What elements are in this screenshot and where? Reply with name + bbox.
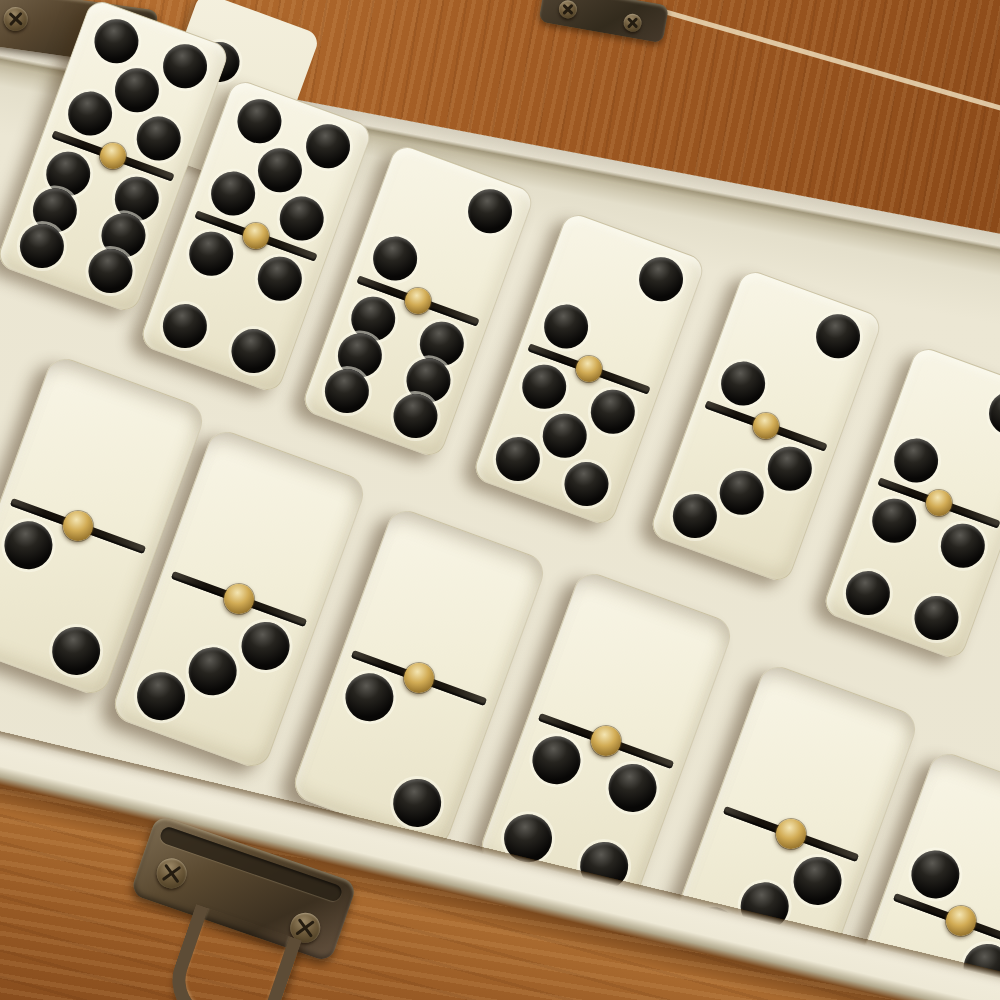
pip-icon <box>558 455 614 511</box>
pip-icon <box>714 464 770 520</box>
pip-icon <box>904 843 966 905</box>
brass-spinner-icon <box>749 409 782 442</box>
pip-icon <box>601 757 663 819</box>
brass-spinner-icon <box>59 507 97 545</box>
pip-icon <box>45 620 107 682</box>
pip-icon <box>461 183 517 239</box>
pip-icon <box>234 615 296 677</box>
pip-icon <box>908 589 964 645</box>
brass-spinner-icon <box>400 659 438 697</box>
pip-icon <box>130 665 192 727</box>
pip-icon <box>839 564 895 620</box>
pip-icon <box>888 432 944 488</box>
pip-icon <box>252 142 308 198</box>
pip-icon <box>584 384 640 440</box>
pip-icon <box>982 385 1000 441</box>
pip-icon <box>156 297 212 353</box>
pip-icon <box>182 640 244 702</box>
pip-icon <box>809 308 865 364</box>
pip-icon <box>109 62 165 118</box>
pip-icon <box>88 13 144 69</box>
brass-spinner-icon <box>401 284 434 317</box>
pip-icon <box>273 190 329 246</box>
brass-spinner-icon <box>239 219 272 252</box>
pip-icon <box>715 355 771 411</box>
pip-icon <box>538 298 594 354</box>
pip-icon <box>0 514 59 576</box>
pip-icon <box>865 493 921 549</box>
pip-icon <box>205 165 261 221</box>
domino-case-photo <box>0 0 1000 1000</box>
hinge-center-plate <box>538 0 669 43</box>
brass-spinner-icon <box>942 902 980 940</box>
brass-spinner-icon <box>572 352 605 385</box>
pip-icon <box>386 772 448 834</box>
pip-icon <box>515 359 571 415</box>
brass-spinner-icon <box>772 815 810 853</box>
pip-icon <box>231 93 287 149</box>
pip-icon <box>934 518 990 574</box>
pip-icon <box>251 251 307 307</box>
brass-spinner-icon <box>587 722 625 760</box>
brass-spinner-icon <box>922 486 955 519</box>
pip-icon <box>367 230 423 286</box>
pip-icon <box>525 729 587 791</box>
pip-icon <box>666 487 722 543</box>
pip-icon <box>156 38 212 94</box>
pip-icon <box>62 85 118 141</box>
pip-icon <box>761 441 817 497</box>
pip-icon <box>537 407 593 463</box>
pip-icon <box>338 666 400 728</box>
brass-spinner-icon <box>220 580 258 618</box>
pip-icon <box>489 430 545 486</box>
pip-icon <box>786 850 848 912</box>
pip-icon <box>299 118 355 174</box>
pip-icon <box>130 110 186 166</box>
pip-icon <box>632 251 688 307</box>
pip-icon <box>225 322 281 378</box>
brass-spinner-icon <box>96 139 129 172</box>
case-lid-edge-highlight <box>639 2 1000 123</box>
pip-icon <box>182 226 238 282</box>
